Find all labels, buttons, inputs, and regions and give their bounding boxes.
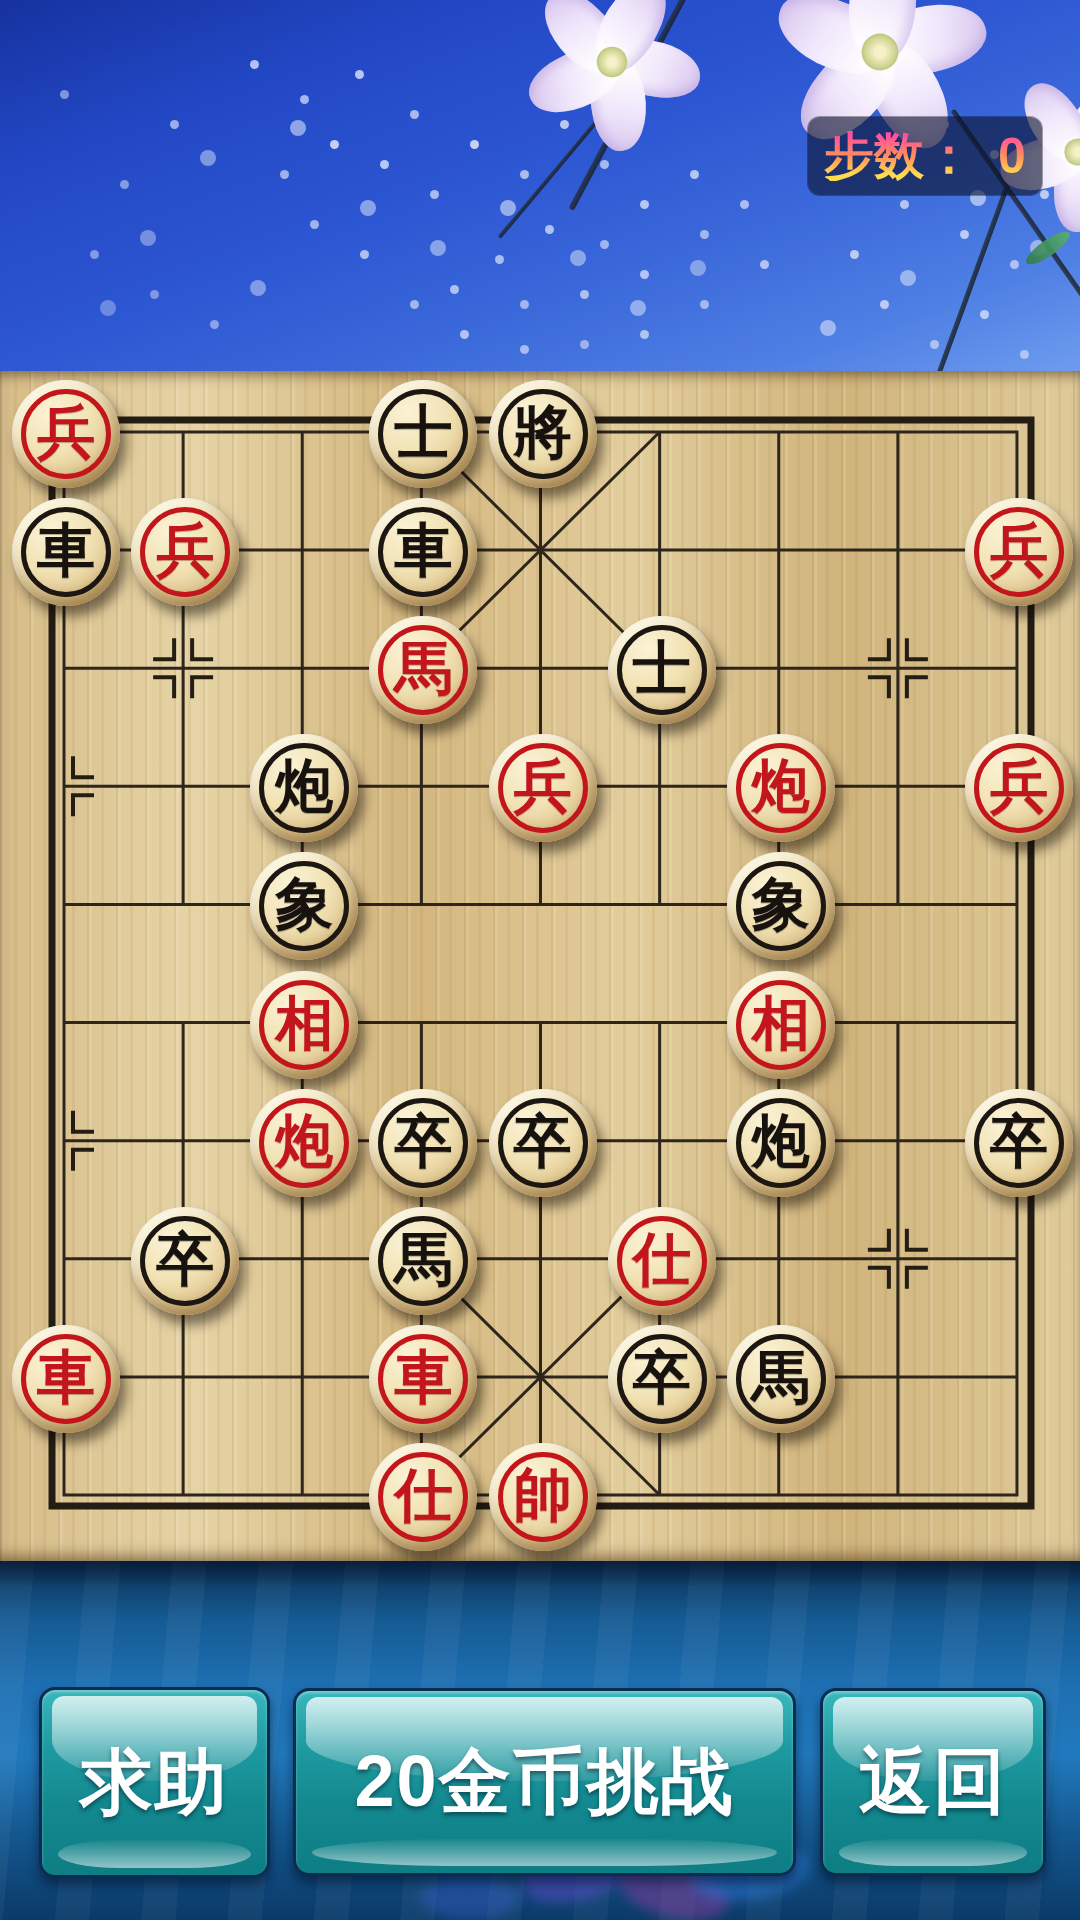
piece-red-炮[interactable]: 炮 (727, 734, 835, 842)
piece-glyph: 帥 (514, 1467, 572, 1525)
piece-black-馬[interactable]: 馬 (369, 1207, 477, 1315)
help-button-label: 求助 (81, 1735, 229, 1831)
piece-glyph: 車 (394, 522, 452, 580)
piece-black-卒[interactable]: 卒 (369, 1089, 477, 1197)
piece-glyph: 炮 (752, 758, 810, 816)
leaf-decoration (1022, 227, 1074, 270)
piece-glyph: 馬 (394, 1231, 452, 1289)
xiangqi-game-screen: 步数： 0 兵士將車兵車兵馬士炮兵炮兵象象相相炮卒卒炮卒卒馬仕車車卒馬仕帥 求助… (0, 0, 1080, 1920)
piece-red-兵[interactable]: 兵 (131, 498, 239, 606)
blossom-speckles-large (0, 0, 16, 16)
piece-black-炮[interactable]: 炮 (727, 1089, 835, 1197)
piece-red-馬[interactable]: 馬 (369, 616, 477, 724)
piece-glyph: 象 (275, 876, 333, 934)
board-shadow (0, 1561, 1080, 1587)
piece-glyph: 卒 (633, 1349, 691, 1407)
piece-glyph: 仕 (394, 1467, 452, 1525)
piece-black-卒[interactable]: 卒 (489, 1089, 597, 1197)
piece-black-士[interactable]: 士 (608, 616, 716, 724)
piece-black-車[interactable]: 車 (369, 498, 477, 606)
coin-challenge-button[interactable]: 20金币挑战 (293, 1688, 796, 1876)
piece-glyph: 卒 (514, 1113, 572, 1171)
piece-glyph: 車 (394, 1349, 452, 1407)
piece-red-兵[interactable]: 兵 (12, 380, 120, 488)
step-counter-value: 0 (998, 131, 1026, 181)
piece-glyph: 卒 (156, 1231, 214, 1289)
piece-red-炮[interactable]: 炮 (250, 1089, 358, 1197)
piece-glyph: 象 (752, 876, 810, 934)
button-gloss (312, 1839, 777, 1866)
piece-red-相[interactable]: 相 (727, 971, 835, 1079)
piece-red-帥[interactable]: 帥 (489, 1443, 597, 1551)
piece-glyph: 卒 (394, 1113, 452, 1171)
piece-red-兵[interactable]: 兵 (965, 734, 1073, 842)
coin-challenge-button-label: 20金币挑战 (354, 1734, 734, 1830)
piece-black-卒[interactable]: 卒 (608, 1325, 716, 1433)
piece-red-仕[interactable]: 仕 (369, 1443, 477, 1551)
piece-black-馬[interactable]: 馬 (727, 1325, 835, 1433)
piece-red-車[interactable]: 車 (369, 1325, 477, 1433)
piece-black-炮[interactable]: 炮 (250, 734, 358, 842)
piece-glyph: 車 (37, 1349, 95, 1407)
piece-glyph: 馬 (752, 1349, 810, 1407)
piece-black-車[interactable]: 車 (12, 498, 120, 606)
piece-red-仕[interactable]: 仕 (608, 1207, 716, 1315)
piece-glyph: 馬 (394, 640, 452, 698)
piece-glyph: 車 (37, 522, 95, 580)
piece-glyph: 相 (752, 995, 810, 1053)
back-button[interactable]: 返回 (820, 1688, 1046, 1876)
piece-glyph: 炮 (752, 1113, 810, 1171)
piece-black-象[interactable]: 象 (727, 852, 835, 960)
water-reflection (420, 1875, 520, 1920)
piece-glyph: 相 (275, 995, 333, 1053)
piece-black-卒[interactable]: 卒 (131, 1207, 239, 1315)
piece-black-卒[interactable]: 卒 (965, 1089, 1073, 1197)
piece-glyph: 將 (514, 404, 572, 462)
button-gloss (58, 1840, 251, 1868)
piece-glyph: 兵 (156, 522, 214, 580)
piece-glyph: 兵 (514, 758, 572, 816)
button-gloss (839, 1839, 1027, 1866)
piece-black-將[interactable]: 將 (489, 380, 597, 488)
step-counter-label: 步数： (824, 131, 974, 181)
piece-black-象[interactable]: 象 (250, 852, 358, 960)
piece-glyph: 炮 (275, 1113, 333, 1171)
piece-red-車[interactable]: 車 (12, 1325, 120, 1433)
piece-glyph: 兵 (990, 758, 1048, 816)
piece-red-兵[interactable]: 兵 (489, 734, 597, 842)
piece-glyph: 士 (394, 404, 452, 462)
piece-glyph: 兵 (37, 404, 95, 462)
piece-red-兵[interactable]: 兵 (965, 498, 1073, 606)
piece-glyph: 仕 (633, 1231, 691, 1289)
piece-red-相[interactable]: 相 (250, 971, 358, 1079)
help-button[interactable]: 求助 (39, 1687, 270, 1878)
branch-decoration (930, 184, 1010, 371)
piece-glyph: 士 (633, 640, 691, 698)
step-counter: 步数： 0 (808, 117, 1042, 195)
piece-glyph: 炮 (275, 758, 333, 816)
piece-black-士[interactable]: 士 (369, 380, 477, 488)
back-button-label: 返回 (859, 1734, 1007, 1830)
piece-glyph: 卒 (990, 1113, 1048, 1171)
piece-glyph: 兵 (990, 522, 1048, 580)
